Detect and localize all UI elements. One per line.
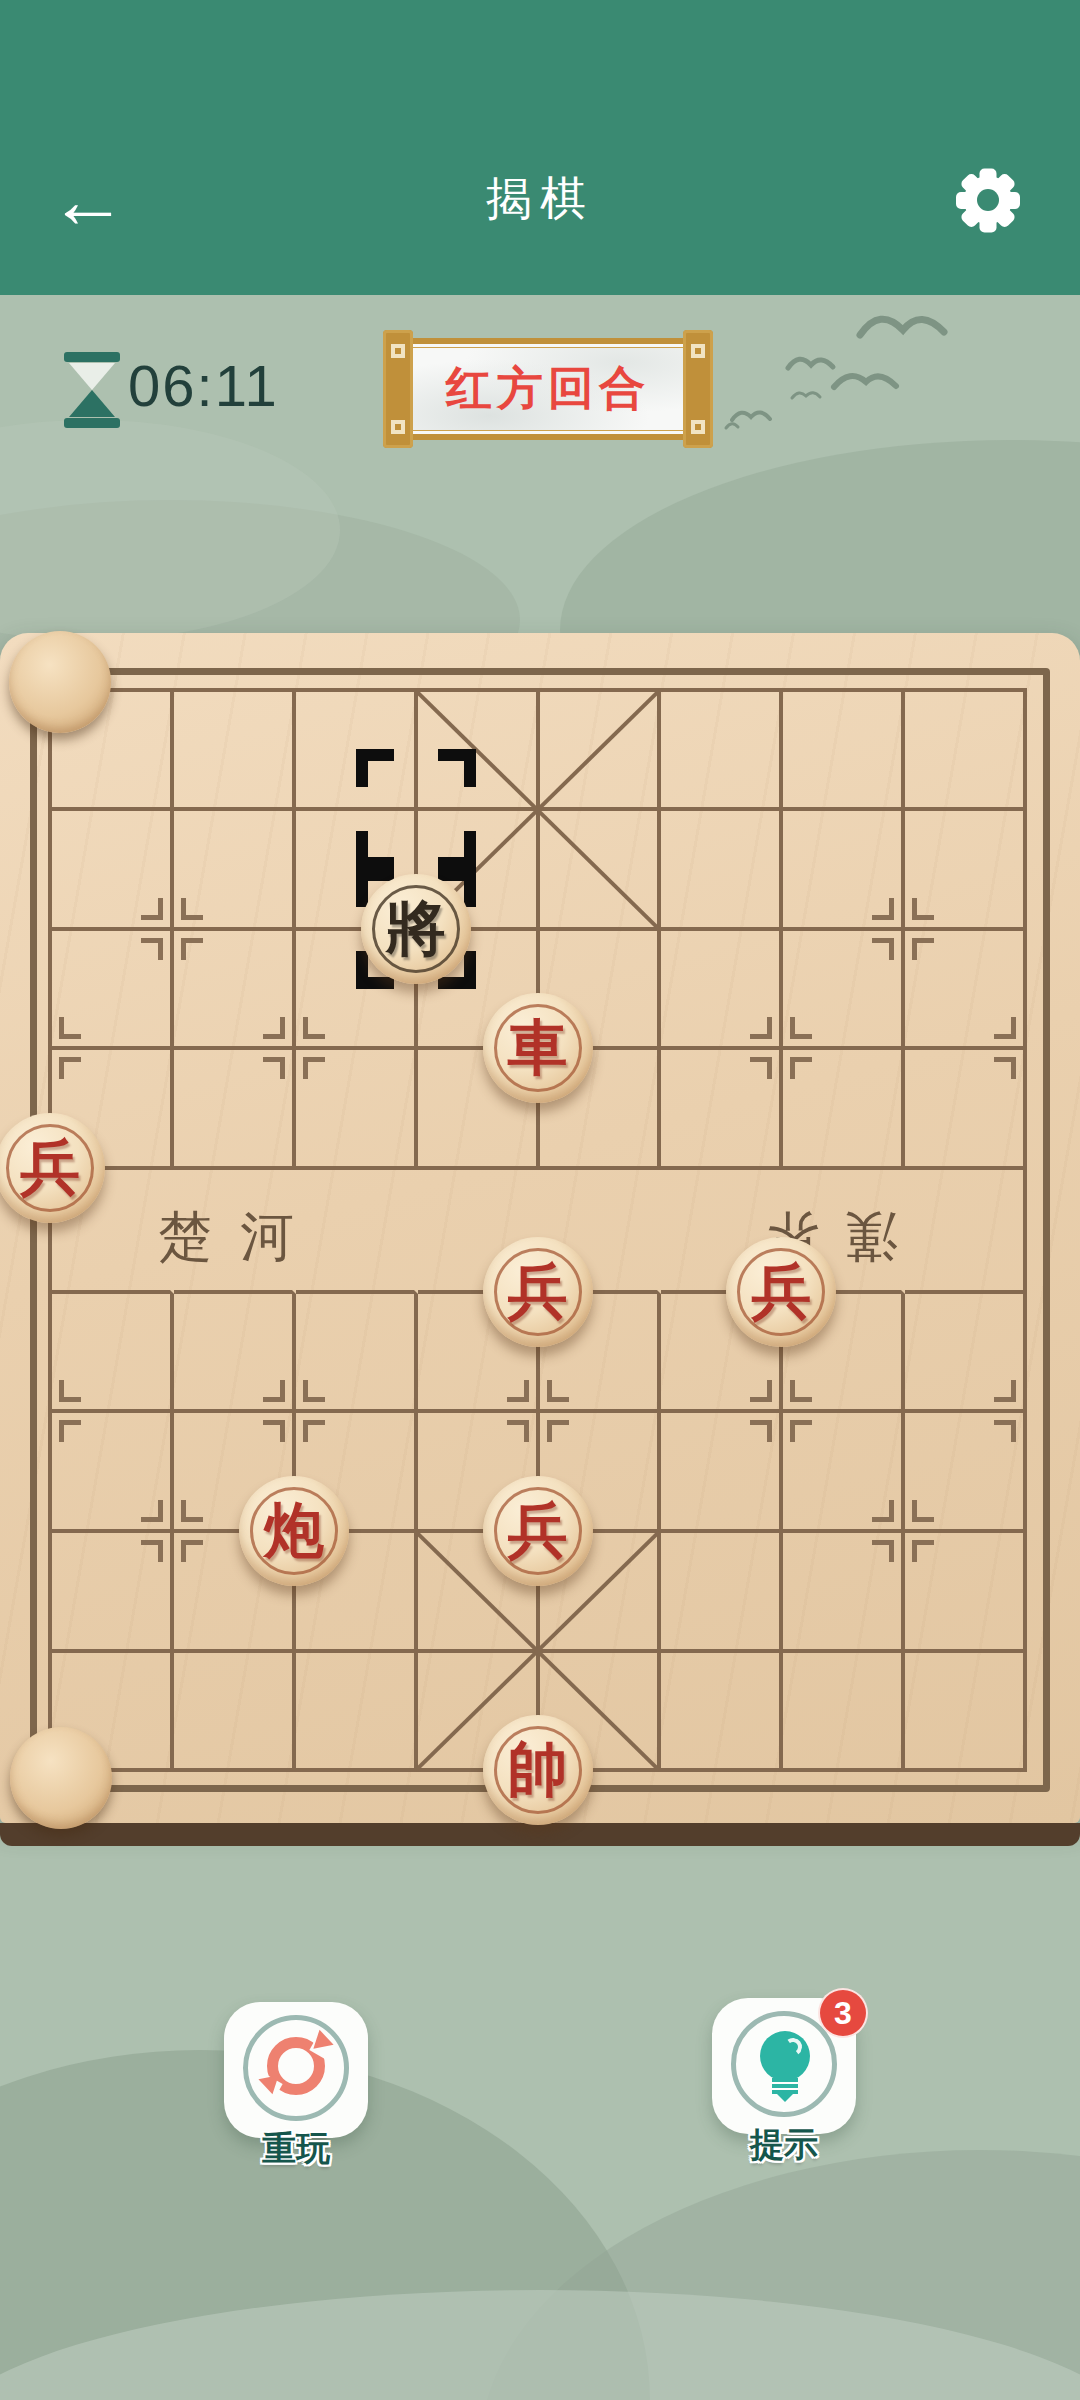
point-marker	[263, 1017, 285, 1039]
piece-black-general[interactable]: 將	[361, 874, 471, 984]
point-marker	[263, 1420, 285, 1442]
point-marker	[750, 1057, 772, 1079]
point-marker	[141, 898, 163, 920]
page-title: 揭棋	[0, 168, 1080, 230]
board-knob-top-left	[9, 631, 111, 733]
point-marker	[181, 1500, 203, 1522]
point-marker	[181, 898, 203, 920]
point-marker	[994, 1017, 1016, 1039]
point-marker	[872, 1540, 894, 1562]
move-bracket-corner	[356, 749, 394, 787]
point-marker	[141, 938, 163, 960]
hint-count-badge: 3	[818, 1988, 868, 2038]
point-marker	[547, 1380, 569, 1402]
point-marker	[303, 1017, 325, 1039]
point-marker	[303, 1380, 325, 1402]
point-marker	[994, 1420, 1016, 1442]
replay-button-label: 重玩	[204, 2126, 388, 2172]
piece-glyph: 將	[361, 874, 471, 984]
point-marker	[141, 1540, 163, 1562]
point-marker	[59, 1420, 81, 1442]
hourglass-lower-bulb	[69, 390, 115, 417]
point-marker	[994, 1380, 1016, 1402]
piece-red-soldier[interactable]: 兵	[483, 1476, 593, 1586]
point-marker	[912, 938, 934, 960]
hint-button[interactable]: 3 提示	[712, 1998, 856, 2178]
point-marker	[507, 1420, 529, 1442]
point-marker	[303, 1057, 325, 1079]
piece-red-soldier[interactable]: 兵	[726, 1237, 836, 1347]
move-bracket-corner	[438, 831, 476, 869]
point-marker	[994, 1057, 1016, 1079]
move-bracket-corner	[356, 831, 394, 869]
point-marker	[790, 1057, 812, 1079]
hourglass-cap	[64, 418, 120, 428]
hourglass-icon	[64, 352, 120, 428]
piece-glyph: 帥	[483, 1715, 593, 1825]
point-marker	[59, 1380, 81, 1402]
piece-glyph: 兵	[483, 1237, 593, 1347]
point-marker	[507, 1380, 529, 1402]
piece-red-general[interactable]: 帥	[483, 1715, 593, 1825]
piece-red-soldier[interactable]: 兵	[0, 1113, 105, 1223]
hint-button-label: 提示	[692, 2122, 876, 2168]
header-bar: ← 揭棋	[0, 0, 1080, 295]
point-marker	[263, 1380, 285, 1402]
point-marker	[790, 1420, 812, 1442]
hourglass-cap	[64, 352, 120, 362]
point-marker	[181, 938, 203, 960]
point-marker	[872, 898, 894, 920]
app-screen: ← 揭棋 06:11 红方回合 楚河 漢界 將車兵兵兵炮兵帥	[0, 0, 1080, 2400]
point-marker	[547, 1420, 569, 1442]
piece-glyph: 兵	[0, 1113, 105, 1223]
point-marker	[181, 1540, 203, 1562]
game-timer: 06:11	[128, 352, 279, 419]
board: 楚河 漢界 將車兵兵兵炮兵帥	[0, 633, 1080, 1846]
piece-glyph: 兵	[483, 1476, 593, 1586]
piece-glyph: 兵	[726, 1237, 836, 1347]
piece-glyph: 炮	[239, 1476, 349, 1586]
settings-gear-icon[interactable]	[948, 160, 1028, 240]
turn-banner-text: 红方回合	[401, 344, 695, 434]
piece-red-cannon[interactable]: 炮	[239, 1476, 349, 1586]
point-marker	[872, 938, 894, 960]
point-marker	[872, 1500, 894, 1522]
replay-button[interactable]: 重玩	[224, 2002, 368, 2182]
point-marker	[141, 1500, 163, 1522]
birds-decoration	[710, 290, 990, 450]
piece-red-chariot[interactable]: 車	[483, 993, 593, 1103]
point-marker	[912, 898, 934, 920]
point-marker	[912, 1540, 934, 1562]
piece-red-soldier[interactable]: 兵	[483, 1237, 593, 1347]
piece-glyph: 車	[483, 993, 593, 1103]
move-bracket-corner	[438, 749, 476, 787]
point-marker	[750, 1420, 772, 1442]
point-marker	[303, 1420, 325, 1442]
point-marker	[790, 1380, 812, 1402]
river-label-left: 楚河	[158, 1201, 322, 1274]
board-knob-bottom-left	[10, 1727, 112, 1829]
point-marker	[750, 1380, 772, 1402]
point-marker	[912, 1500, 934, 1522]
point-marker	[790, 1017, 812, 1039]
point-marker	[263, 1057, 285, 1079]
hourglass-upper-bulb	[69, 363, 115, 390]
point-marker	[750, 1017, 772, 1039]
turn-banner: 红方回合	[395, 338, 701, 440]
point-marker	[59, 1057, 81, 1079]
point-marker	[59, 1017, 81, 1039]
gear-hole	[977, 189, 999, 211]
